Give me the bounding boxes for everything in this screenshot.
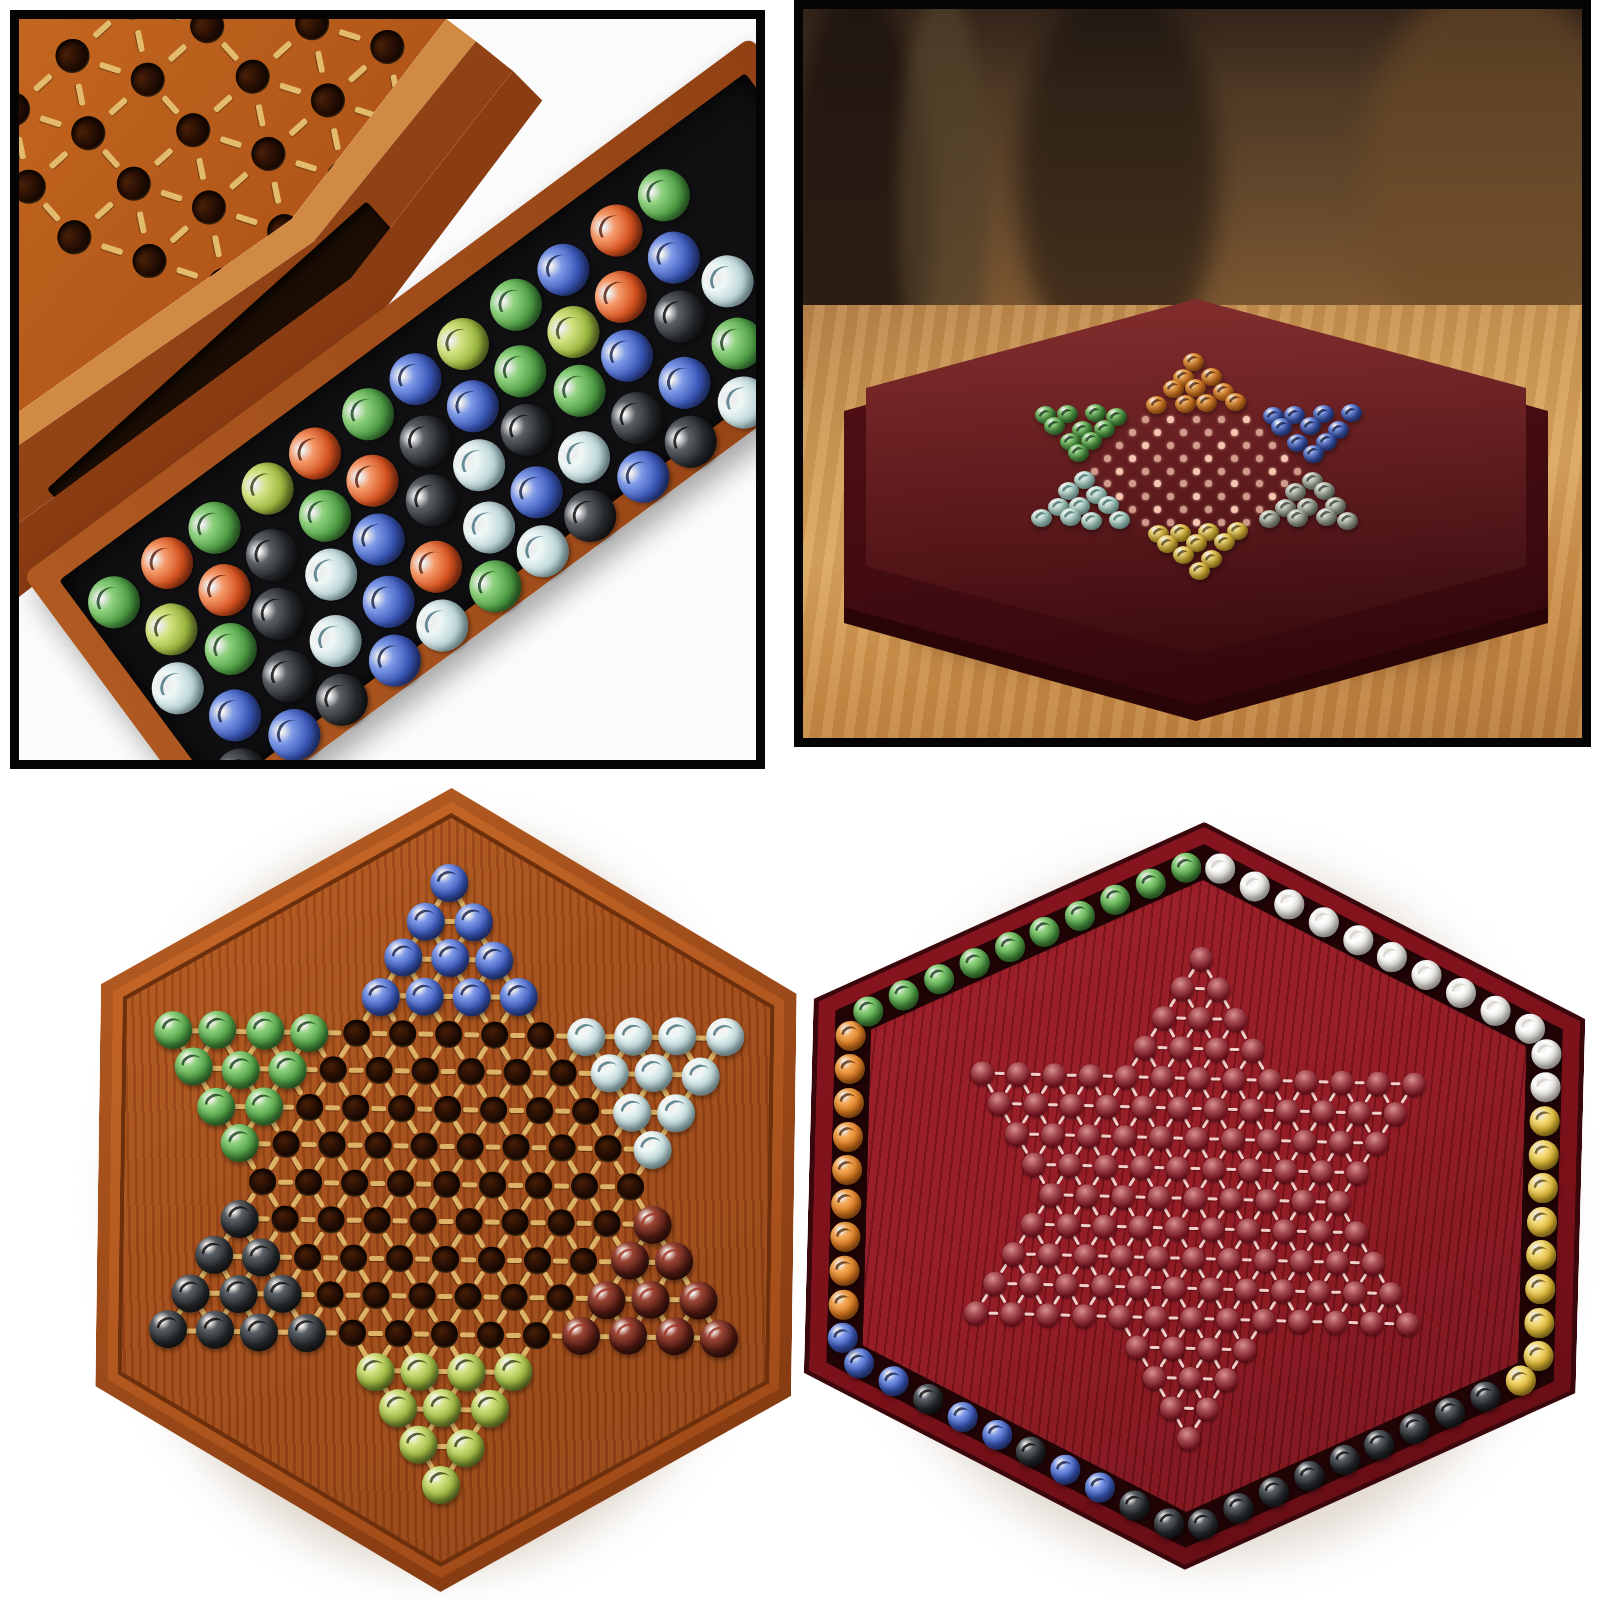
board-peg	[1342, 1280, 1366, 1304]
link-dash	[995, 1071, 1005, 1074]
link-dash	[1151, 1285, 1161, 1288]
lid-hole-empty	[108, 10, 156, 26]
board-hole-dot	[1256, 429, 1263, 436]
board-hole-empty	[594, 1135, 621, 1162]
board-peg	[1396, 1312, 1420, 1336]
marble-blue	[430, 864, 469, 903]
board-peg	[1180, 1306, 1204, 1330]
board-peg	[1108, 1304, 1132, 1328]
link-dash	[1261, 1228, 1271, 1231]
brass-inlay-dash	[509, 1107, 524, 1112]
brass-inlay-dash	[137, 211, 147, 234]
board-peg	[1075, 1183, 1099, 1207]
brass-inlay-dash	[315, 50, 325, 73]
board-peg	[1205, 1037, 1229, 1061]
brass-inlay-dash	[108, 97, 128, 116]
board-hole-dot	[1142, 416, 1149, 423]
brass-inlay-dash	[459, 1332, 474, 1337]
board-hole-empty	[317, 1206, 344, 1233]
link-dash	[1278, 1259, 1288, 1262]
brass-inlay-dash	[16, 137, 26, 160]
brass-inlay-dash	[532, 1070, 547, 1075]
board-hole-dot	[1218, 442, 1225, 449]
photo-box-and-marble-drawer	[10, 10, 765, 769]
link-dash	[1026, 1252, 1036, 1255]
brass-inlay-dash	[255, 104, 265, 127]
marble-blue	[361, 977, 400, 1016]
board-hole-empty	[271, 1206, 298, 1233]
brass-inlay-dash	[338, 29, 361, 41]
board-hole-empty	[293, 1243, 320, 1270]
link-dash	[1228, 1107, 1238, 1110]
board-hole-dot	[1294, 468, 1301, 475]
marble-cyan	[633, 1130, 672, 1169]
link-dash	[1211, 1077, 1221, 1080]
brass-inlay-dash	[374, 10, 384, 20]
board-hole-empty	[501, 1209, 528, 1236]
board-peg	[1001, 1241, 1025, 1265]
marble-cyan	[567, 1017, 606, 1056]
brass-inlay-dash	[158, 10, 181, 20]
link-dash	[1295, 1289, 1305, 1292]
camp-marble-orange	[1183, 353, 1204, 371]
link-dash	[1262, 1168, 1272, 1171]
link-dash	[1176, 1016, 1186, 1019]
link-dash	[1098, 1254, 1108, 1257]
marble-cyan	[590, 1054, 629, 1093]
camp-marble-smoke	[1337, 512, 1358, 530]
link-dash	[1184, 1406, 1194, 1409]
brass-inlay-dash	[272, 40, 292, 59]
brass-inlay-dash	[42, 202, 61, 222]
link-dash	[1103, 1074, 1113, 1077]
board-peg	[982, 1271, 1006, 1295]
lid-hole-empty	[185, 184, 233, 232]
board-peg	[1241, 1038, 1265, 1062]
board-hole-empty	[363, 1207, 390, 1234]
link-dash	[1207, 1197, 1217, 1200]
board-hole-empty	[570, 1172, 597, 1199]
board-peg	[1252, 1308, 1276, 1332]
board-peg	[1222, 1067, 1246, 1091]
board-hole-dot	[1193, 468, 1200, 475]
brass-inlay-dash	[413, 1331, 428, 1336]
marble-darkred	[562, 1317, 601, 1356]
board-peg	[1378, 1281, 1402, 1305]
brass-inlay-dash	[531, 1145, 546, 1150]
board-peg	[1214, 1367, 1238, 1391]
board-hole-dot	[1129, 429, 1136, 436]
board-hole-empty	[389, 1020, 416, 1047]
board-peg	[1169, 1036, 1193, 1060]
board-hole-dot	[1218, 468, 1225, 475]
board-hole-empty	[294, 1168, 321, 1195]
board-hole-empty	[319, 1056, 346, 1083]
photo-board-overhead-start-position	[0, 770, 800, 1600]
marble-black	[221, 1199, 260, 1238]
link-dash	[1209, 1137, 1219, 1140]
board-peg	[1291, 1189, 1315, 1213]
board-peg	[1275, 1099, 1299, 1123]
board-peg	[1166, 1156, 1190, 1180]
board-peg	[1151, 1005, 1175, 1029]
board-hole-dot	[1231, 506, 1238, 513]
link-dash	[1384, 1322, 1394, 1325]
link-dash	[1187, 1286, 1197, 1289]
marble-green	[244, 1087, 283, 1126]
board-peg	[1159, 1396, 1183, 1420]
board-hole-dot	[1205, 455, 1212, 462]
board-hole-empty	[316, 1281, 343, 1308]
board-peg	[1037, 1242, 1061, 1266]
board-peg	[1059, 1093, 1083, 1117]
brass-inlay-dash	[92, 20, 112, 39]
board-hole-dot	[1142, 519, 1149, 526]
board-peg	[1148, 1125, 1172, 1149]
brass-inlay-dash	[331, 128, 341, 151]
board-peg	[1306, 1279, 1330, 1303]
board-peg	[1170, 976, 1194, 1000]
board-hole-empty	[248, 1168, 275, 1195]
board-hole-empty	[476, 1321, 503, 1348]
photo-board-marbles-in-rim	[795, 770, 1600, 1600]
lid-hole-empty	[363, 23, 411, 71]
link-dash	[1154, 1165, 1164, 1168]
board-hole-dot	[1154, 455, 1161, 462]
board-hole-dot	[1142, 468, 1149, 475]
board-peg	[1125, 1335, 1149, 1359]
board-peg	[1039, 1182, 1063, 1206]
board-peg	[1178, 1366, 1202, 1390]
link-dash	[1243, 1198, 1253, 1201]
brass-inlay-dash	[393, 1143, 408, 1148]
brass-inlay-dash	[371, 1105, 386, 1110]
board-hole-empty	[318, 1131, 345, 1158]
link-dash	[1206, 1257, 1216, 1260]
link-dash	[1167, 1376, 1177, 1379]
board-peg	[1162, 1276, 1186, 1300]
board-peg	[1330, 1070, 1354, 1094]
marble-blue	[405, 978, 444, 1017]
link-dash	[1007, 1282, 1017, 1285]
link-dash	[1195, 986, 1205, 989]
lid-hole-empty	[245, 130, 293, 178]
board-hole-dot	[1193, 519, 1200, 526]
rim-marble-white	[1480, 995, 1511, 1026]
tray-marble-black	[755, 331, 765, 404]
link-dash	[1355, 1081, 1365, 1084]
board-peg	[1167, 1096, 1191, 1120]
board-peg	[1360, 1311, 1384, 1335]
board-peg	[1203, 1097, 1227, 1121]
board-peg	[1018, 1272, 1042, 1296]
board-peg	[1328, 1130, 1352, 1154]
link-dash	[1067, 1073, 1077, 1076]
camp-marble-aqua	[1081, 512, 1102, 530]
link-dash	[1189, 1226, 1199, 1229]
board-hole-empty	[455, 1208, 482, 1235]
lid-hole-empty	[10, 85, 37, 133]
board-peg	[1239, 1098, 1263, 1122]
brass-inlay-dash	[440, 1069, 455, 1074]
board-hole-dot	[1218, 519, 1225, 526]
lid-hole-empty	[304, 76, 352, 124]
link-dash	[1350, 1261, 1360, 1264]
link-dash	[1115, 1284, 1125, 1287]
link-dash	[1101, 1134, 1111, 1137]
link-dash	[1186, 1346, 1196, 1349]
link-dash	[1315, 1200, 1325, 1203]
link-dash	[1153, 1225, 1163, 1228]
link-dash	[1312, 1320, 1322, 1323]
board-peg	[1223, 1007, 1247, 1031]
link-dash	[1334, 1170, 1344, 1173]
camp-marble-aqua	[1060, 508, 1081, 526]
board-peg	[1217, 1247, 1241, 1271]
board-peg	[1327, 1190, 1351, 1214]
board-peg	[1294, 1069, 1318, 1093]
link-dash	[1372, 1111, 1382, 1114]
brass-inlay-dash	[577, 1146, 592, 1151]
board-peg	[1150, 1065, 1174, 1089]
brass-inlay-dash	[295, 160, 318, 172]
board-hole-empty	[593, 1210, 620, 1237]
marble-black	[219, 1274, 258, 1313]
board-peg	[1144, 1305, 1168, 1329]
marble-green	[220, 1124, 259, 1163]
brass-inlay-dash	[33, 73, 53, 92]
board-hole-empty	[410, 1132, 437, 1159]
brass-inlay-dash	[394, 1068, 409, 1073]
board-hole-empty	[549, 1059, 576, 1086]
link-dash	[1117, 1224, 1127, 1227]
brass-inlay-dash	[553, 1258, 568, 1263]
brass-inlay-dash	[196, 157, 206, 180]
board-peg	[1189, 946, 1213, 970]
board-peg	[1183, 1186, 1207, 1210]
brass-inlay-dash	[483, 1295, 498, 1300]
board-peg	[1040, 1122, 1064, 1146]
board-peg	[1288, 1309, 1312, 1333]
board-hole-dot	[1180, 429, 1187, 436]
link-dash	[1012, 1102, 1022, 1105]
brass-inlay-dash	[345, 1293, 360, 1298]
board-hole-empty	[522, 1322, 549, 1349]
board-peg	[1072, 1303, 1096, 1327]
board-peg	[1344, 1220, 1368, 1244]
link-dash	[1226, 1167, 1236, 1170]
board-hole-empty	[503, 1059, 530, 1086]
brass-inlay-dash	[530, 1220, 545, 1225]
link-dash	[1157, 1045, 1167, 1048]
brass-inlay-dash	[484, 1220, 499, 1225]
rim-marble-blue	[947, 1401, 978, 1432]
board-peg	[1004, 1122, 1028, 1146]
board-hole-empty	[571, 1097, 598, 1124]
link-dash	[1283, 1079, 1293, 1082]
brass-inlay-dash	[554, 1183, 569, 1188]
link-dash	[1203, 1377, 1213, 1380]
board-peg	[1219, 1187, 1243, 1211]
board-peg	[1164, 1216, 1188, 1240]
brass-inlay-dash	[229, 171, 249, 190]
link-dash	[1065, 1133, 1075, 1136]
link-dash	[1223, 1287, 1233, 1290]
brass-inlay-dash	[94, 201, 114, 220]
brass-inlay-dash	[301, 1142, 316, 1147]
board-peg	[1131, 1095, 1155, 1119]
link-dash	[1297, 1229, 1307, 1232]
brass-inlay-dash	[169, 225, 189, 244]
link-dash	[1084, 1104, 1094, 1107]
marble-cyan	[681, 1057, 720, 1096]
board-hole-empty	[479, 1096, 506, 1123]
board-hole-empty	[340, 1169, 367, 1196]
board-peg	[1112, 1124, 1136, 1148]
board-peg	[964, 1301, 988, 1325]
link-dash	[1048, 1103, 1058, 1106]
board-hole-empty	[364, 1132, 391, 1159]
link-dash	[1062, 1253, 1072, 1256]
board-peg	[1270, 1279, 1294, 1303]
brass-inlay-dash	[101, 148, 120, 168]
marble-blue	[454, 903, 493, 942]
link-dash	[1156, 1105, 1166, 1108]
marble-darkred	[679, 1281, 718, 1320]
rim-marble-blue	[981, 1419, 1012, 1450]
board-hole-empty	[295, 1093, 322, 1120]
board-peg	[1111, 1184, 1135, 1208]
board-peg	[1000, 1301, 1024, 1325]
rim-marble-orange	[828, 1289, 859, 1320]
brass-inlay-dash	[392, 1218, 407, 1223]
link-dash	[1168, 1316, 1178, 1319]
board-peg	[987, 1091, 1011, 1115]
brass-inlay-dash	[39, 115, 62, 127]
board-hole-empty	[523, 1247, 550, 1274]
brass-inlay-dash	[439, 1144, 454, 1149]
link-dash	[1081, 1224, 1091, 1227]
marble-ygreen	[446, 1429, 485, 1468]
board-hole-empty	[430, 1320, 457, 1347]
brass-inlay-dash	[370, 1180, 385, 1185]
brass-inlay-dash	[347, 1143, 362, 1148]
brass-inlay-dash	[367, 1330, 382, 1335]
board-peg	[1184, 1126, 1208, 1150]
board-peg	[1186, 1066, 1210, 1090]
brass-inlay-dash	[416, 1181, 431, 1186]
board-peg	[1006, 1062, 1030, 1086]
link-dash	[1336, 1110, 1346, 1113]
board-hole-dot	[1231, 429, 1238, 436]
board-hole-empty	[431, 1245, 458, 1272]
brass-inlay-dash	[160, 189, 183, 201]
board-hole-empty	[408, 1282, 435, 1309]
board-hole-dot	[1281, 455, 1288, 462]
rim-marble-yellow	[1524, 1307, 1555, 1338]
link-dash	[1139, 1075, 1149, 1078]
board-hole-empty	[386, 1170, 413, 1197]
link-dash	[1264, 1108, 1274, 1111]
board-hole-dot	[1231, 455, 1238, 462]
board-hole-empty	[456, 1133, 483, 1160]
board-peg	[1256, 1128, 1280, 1152]
board-peg	[1366, 1071, 1390, 1095]
board-peg	[1361, 1251, 1385, 1275]
board-hole-dot	[1167, 416, 1174, 423]
board-peg	[1128, 1215, 1152, 1239]
board-hole-empty	[477, 1246, 504, 1273]
board-hole-dot	[1256, 455, 1263, 462]
board-hole-dot	[1167, 442, 1174, 449]
board-peg	[1202, 1157, 1226, 1181]
link-dash	[1031, 1072, 1041, 1075]
board-peg	[1054, 1273, 1078, 1297]
link-dash	[1170, 1256, 1180, 1259]
board-hole-dot	[1193, 416, 1200, 423]
board-hole-empty	[339, 1244, 366, 1271]
link-dash	[1120, 1105, 1130, 1108]
board-peg	[1216, 1307, 1240, 1331]
board-hole-empty	[500, 1284, 527, 1311]
lid-hole-empty	[288, 10, 336, 47]
link-dash	[1150, 1345, 1160, 1348]
marble-ygreen	[447, 1353, 486, 1392]
board-peg	[1020, 1212, 1044, 1236]
marble-blue	[452, 978, 491, 1017]
board-peg	[1324, 1310, 1348, 1334]
marble-green	[221, 1051, 260, 1090]
brass-inlay-dash	[161, 95, 180, 115]
link-dash	[1242, 1258, 1252, 1261]
brass-inlay-dash	[348, 64, 368, 83]
link-dash	[1240, 1318, 1250, 1321]
marble-ygreen	[400, 1352, 439, 1391]
link-dash	[1281, 1139, 1291, 1142]
link-dash	[1064, 1193, 1074, 1196]
link-dash	[1079, 1284, 1089, 1287]
lid-hole-empty	[49, 32, 97, 80]
camp-marble-blue	[1300, 417, 1321, 435]
board-hole-empty	[502, 1134, 529, 1161]
board-hole-empty	[385, 1245, 412, 1272]
board-hole-empty	[454, 1283, 481, 1310]
board-peg	[1272, 1219, 1296, 1243]
board-hole-dot	[1243, 442, 1250, 449]
board-hole-empty	[432, 1170, 459, 1197]
board-hole-dot	[1129, 455, 1136, 462]
board-peg	[970, 1061, 994, 1085]
brass-inlay-dash	[235, 213, 258, 225]
board-peg	[1258, 1068, 1282, 1092]
marble-darkred	[655, 1242, 694, 1281]
board-hole-empty	[362, 1282, 389, 1309]
board-peg	[1095, 1094, 1119, 1118]
board-peg	[1187, 1006, 1211, 1030]
board-hole-dot	[1269, 493, 1276, 500]
brass-inlay-dash	[323, 1255, 338, 1260]
brass-inlay-dash	[576, 1221, 591, 1226]
marble-black	[287, 1313, 326, 1352]
camp-marble-smoke	[1259, 510, 1280, 528]
board-peg	[1058, 1153, 1082, 1177]
link-dash	[1096, 1314, 1106, 1317]
brass-inlay-dash	[369, 1255, 384, 1260]
board-peg	[1142, 1365, 1166, 1389]
board-hole-dot	[1269, 468, 1276, 475]
board-peg	[1114, 1064, 1138, 1088]
rim-marble-white	[1308, 907, 1339, 938]
